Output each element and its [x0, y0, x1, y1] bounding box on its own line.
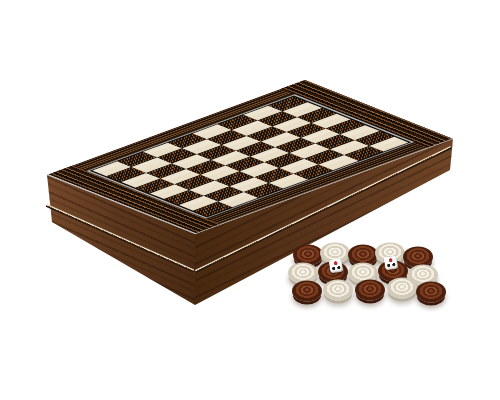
- checker-brown: [355, 280, 385, 301]
- die: [329, 259, 344, 274]
- product-photo: [0, 0, 500, 400]
- checker-white: [323, 280, 353, 301]
- checker-white: [387, 278, 417, 299]
- die: [384, 256, 399, 271]
- checker-brown: [416, 282, 446, 303]
- checker-brown: [292, 281, 322, 302]
